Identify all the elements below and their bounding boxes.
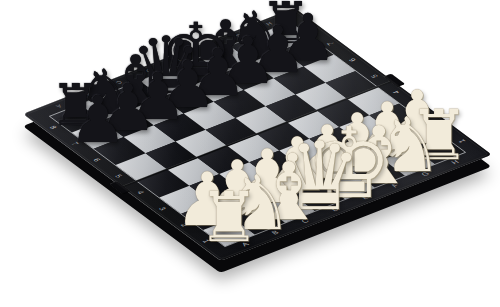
rank-label-right-6: 6	[333, 51, 372, 69]
chess-board: AABBCCDDEEFFGGHH1122334455667788	[23, 8, 492, 261]
rank-label-right-7: 7	[311, 35, 350, 53]
rank-label-right-2: 2	[421, 116, 460, 134]
chess-set-scene: AABBCCDDEEFFGGHH1122334455667788 ♜︎♞︎♝︎♛…	[0, 0, 500, 307]
rank-label-right-8: 8	[289, 18, 328, 36]
rank-label-right-1: 1	[442, 132, 481, 150]
rank-label-right-3: 3	[399, 100, 438, 118]
